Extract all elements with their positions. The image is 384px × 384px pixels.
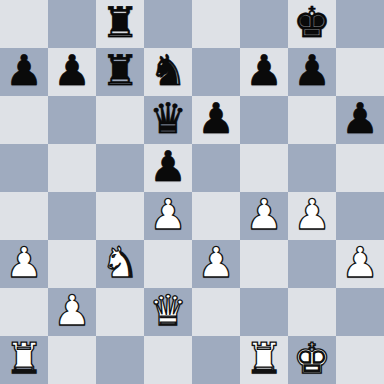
square-f8[interactable]: [240, 0, 288, 48]
square-g4[interactable]: ♟: [288, 192, 336, 240]
black-pawn[interactable]: ♟: [293, 47, 331, 95]
black-rook[interactable]: ♜: [101, 0, 139, 47]
square-d3[interactable]: [144, 240, 192, 288]
square-b8[interactable]: [48, 0, 96, 48]
square-a6[interactable]: [0, 96, 48, 144]
square-b1[interactable]: [48, 336, 96, 384]
white-rook[interactable]: ♜: [5, 335, 43, 383]
white-queen[interactable]: ♛: [149, 287, 187, 335]
square-e7[interactable]: [192, 48, 240, 96]
white-pawn[interactable]: ♟: [53, 287, 91, 335]
square-e3[interactable]: ♟: [192, 240, 240, 288]
white-pawn[interactable]: ♟: [5, 239, 43, 287]
square-c1[interactable]: [96, 336, 144, 384]
square-f2[interactable]: [240, 288, 288, 336]
square-h2[interactable]: [336, 288, 384, 336]
square-b2[interactable]: ♟: [48, 288, 96, 336]
square-b3[interactable]: [48, 240, 96, 288]
square-d5[interactable]: ♟: [144, 144, 192, 192]
square-a3[interactable]: ♟: [0, 240, 48, 288]
black-pawn[interactable]: ♟: [245, 47, 283, 95]
square-b7[interactable]: ♟: [48, 48, 96, 96]
white-pawn[interactable]: ♟: [293, 191, 331, 239]
square-a5[interactable]: [0, 144, 48, 192]
square-f4[interactable]: ♟: [240, 192, 288, 240]
square-d7[interactable]: ♞: [144, 48, 192, 96]
square-a2[interactable]: [0, 288, 48, 336]
black-king[interactable]: ♚: [293, 0, 331, 47]
black-pawn[interactable]: ♟: [149, 143, 187, 191]
square-e8[interactable]: [192, 0, 240, 48]
square-h7[interactable]: [336, 48, 384, 96]
square-b5[interactable]: [48, 144, 96, 192]
white-pawn[interactable]: ♟: [341, 239, 379, 287]
square-c3[interactable]: ♞: [96, 240, 144, 288]
square-c6[interactable]: [96, 96, 144, 144]
black-pawn[interactable]: ♟: [197, 95, 235, 143]
square-f3[interactable]: [240, 240, 288, 288]
white-king[interactable]: ♚: [293, 335, 331, 383]
square-a4[interactable]: [0, 192, 48, 240]
square-h8[interactable]: [336, 0, 384, 48]
square-a1[interactable]: ♜: [0, 336, 48, 384]
square-c5[interactable]: [96, 144, 144, 192]
square-d2[interactable]: ♛: [144, 288, 192, 336]
black-rook[interactable]: ♜: [101, 47, 139, 95]
black-queen[interactable]: ♛: [149, 95, 187, 143]
square-a8[interactable]: [0, 0, 48, 48]
square-g1[interactable]: ♚: [288, 336, 336, 384]
square-e6[interactable]: ♟: [192, 96, 240, 144]
square-h3[interactable]: ♟: [336, 240, 384, 288]
square-d4[interactable]: ♟: [144, 192, 192, 240]
square-c8[interactable]: ♜: [96, 0, 144, 48]
white-knight[interactable]: ♞: [101, 239, 139, 287]
square-h6[interactable]: ♟: [336, 96, 384, 144]
square-f1[interactable]: ♜: [240, 336, 288, 384]
square-g5[interactable]: [288, 144, 336, 192]
square-b4[interactable]: [48, 192, 96, 240]
square-d1[interactable]: [144, 336, 192, 384]
square-g8[interactable]: ♚: [288, 0, 336, 48]
square-f7[interactable]: ♟: [240, 48, 288, 96]
square-h4[interactable]: [336, 192, 384, 240]
square-b6[interactable]: [48, 96, 96, 144]
square-e1[interactable]: [192, 336, 240, 384]
black-pawn[interactable]: ♟: [341, 95, 379, 143]
square-e5[interactable]: [192, 144, 240, 192]
white-rook[interactable]: ♜: [245, 335, 283, 383]
square-g6[interactable]: [288, 96, 336, 144]
black-pawn[interactable]: ♟: [53, 47, 91, 95]
black-knight[interactable]: ♞: [149, 47, 187, 95]
square-f6[interactable]: [240, 96, 288, 144]
square-g2[interactable]: [288, 288, 336, 336]
white-pawn[interactable]: ♟: [245, 191, 283, 239]
square-c2[interactable]: [96, 288, 144, 336]
black-pawn[interactable]: ♟: [5, 47, 43, 95]
square-h1[interactable]: [336, 336, 384, 384]
square-g7[interactable]: ♟: [288, 48, 336, 96]
square-c7[interactable]: ♜: [96, 48, 144, 96]
square-c4[interactable]: [96, 192, 144, 240]
square-h5[interactable]: [336, 144, 384, 192]
square-d6[interactable]: ♛: [144, 96, 192, 144]
white-pawn[interactable]: ♟: [197, 239, 235, 287]
square-f5[interactable]: [240, 144, 288, 192]
square-e2[interactable]: [192, 288, 240, 336]
square-a7[interactable]: ♟: [0, 48, 48, 96]
square-g3[interactable]: [288, 240, 336, 288]
white-pawn[interactable]: ♟: [149, 191, 187, 239]
square-e4[interactable]: [192, 192, 240, 240]
square-d8[interactable]: [144, 0, 192, 48]
chess-board: ♜♚♟♟♜♞♟♟♛♟♟♟♟♟♟♟♞♟♟♟♛♜♜♚: [0, 0, 384, 384]
